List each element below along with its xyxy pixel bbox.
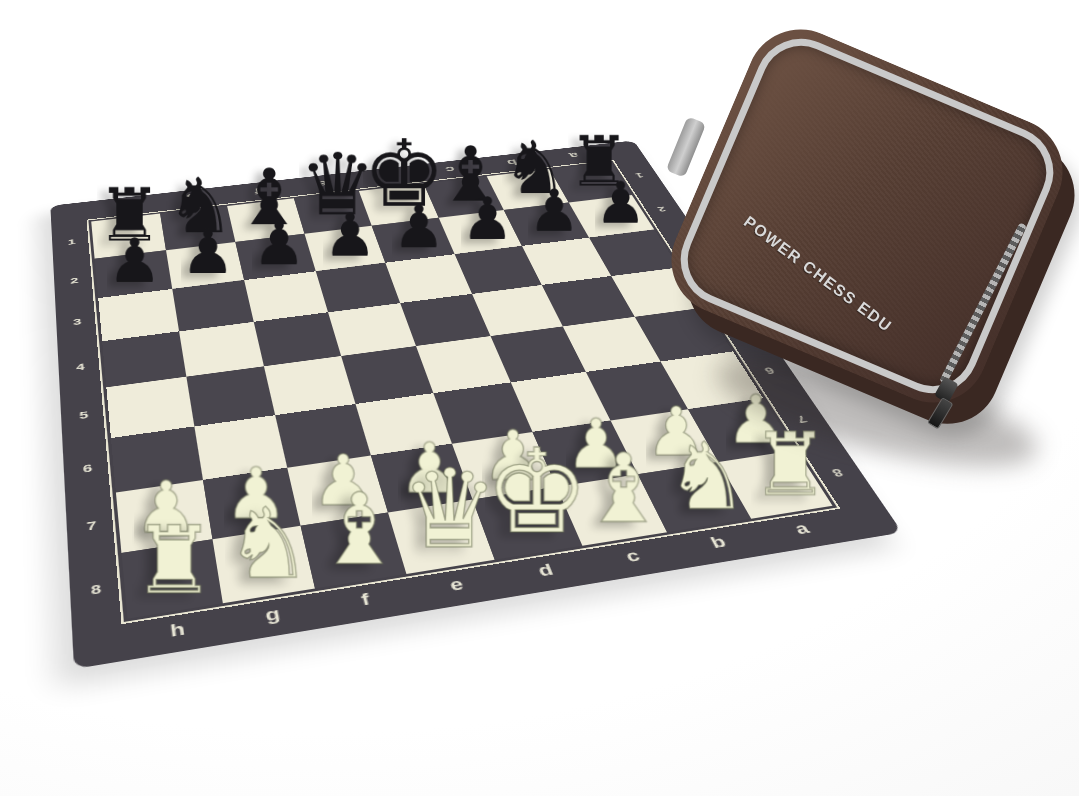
coordinate-bottom-c: c bbox=[606, 543, 660, 569]
square-c7: ♟ bbox=[532, 421, 638, 487]
coordinate-bottom-h: h bbox=[151, 616, 204, 644]
coordinate-left-7: 7 bbox=[74, 516, 110, 535]
coordinate-right-2: 2 bbox=[647, 204, 677, 215]
square-f7: ♟ bbox=[287, 456, 387, 526]
black-bishop-c1: ♝ bbox=[436, 136, 504, 212]
coordinate-left-8: 8 bbox=[77, 579, 115, 600]
square-g8: ♞ bbox=[212, 525, 315, 603]
square-b8: ♞ bbox=[638, 462, 751, 533]
square-f6 bbox=[275, 404, 370, 468]
coordinate-right-8: 8 bbox=[818, 464, 857, 481]
black-queen-e1: ♛ bbox=[299, 142, 376, 228]
coordinate-top-c: c bbox=[432, 163, 469, 176]
square-g2: ♟ bbox=[166, 242, 245, 289]
coordinate-top-g: g bbox=[173, 192, 210, 206]
coordinate-bottom-e: e bbox=[430, 572, 483, 599]
square-g4 bbox=[179, 322, 264, 377]
coordinate-bottom-g: g bbox=[246, 601, 299, 629]
coordinate-top-b: b bbox=[494, 156, 531, 169]
coordinate-top-h: h bbox=[106, 199, 143, 213]
square-h3 bbox=[98, 289, 178, 341]
coordinate-top-a: a bbox=[555, 149, 592, 162]
coordinate-left-5: 5 bbox=[67, 407, 100, 423]
black-bishop-f1: ♝ bbox=[235, 158, 305, 236]
coordinate-right-1: 1 bbox=[625, 171, 654, 181]
coordinate-bottom-a: a bbox=[775, 517, 829, 541]
black-rook-h1: ♜ bbox=[97, 179, 163, 252]
coordinate-top-d: d bbox=[368, 170, 405, 183]
black-rook-a1: ♜ bbox=[568, 127, 630, 196]
coordinate-bottom-b: b bbox=[691, 530, 745, 555]
coordinate-left-6: 6 bbox=[70, 459, 105, 476]
square-h8: ♜ bbox=[121, 539, 222, 619]
page-background: ♜♞♝♛♚♝♞♜♟♟♟♟♟♟♟♟♟♟♟♟♟♟♟♟♜♞♝♛♚♝♞♜ hhggffe… bbox=[0, 0, 1079, 796]
coordinate-top-f: f bbox=[239, 184, 276, 198]
square-f4 bbox=[254, 312, 341, 366]
coordinate-bottom-f: f bbox=[339, 586, 392, 613]
coordinate-bottom-d: d bbox=[519, 557, 573, 583]
coordinate-top-e: e bbox=[304, 177, 341, 190]
square-a3 bbox=[589, 230, 679, 276]
square-g5 bbox=[186, 366, 275, 426]
coordinate-left-1: 1 bbox=[58, 236, 86, 247]
coordinate-left-4: 4 bbox=[65, 359, 97, 373]
board-scene: ♜♞♝♛♚♝♞♜♟♟♟♟♟♟♟♟♟♟♟♟♟♟♟♟♜♞♝♛♚♝♞♜ hhggffe… bbox=[66, 0, 766, 696]
square-g7: ♟ bbox=[202, 468, 300, 539]
coordinate-left-3: 3 bbox=[62, 315, 92, 328]
black-knight-g1: ♞ bbox=[166, 167, 235, 243]
square-d3 bbox=[385, 254, 471, 303]
square-f8: ♝ bbox=[300, 512, 405, 588]
coordinate-left-2: 2 bbox=[60, 274, 89, 286]
